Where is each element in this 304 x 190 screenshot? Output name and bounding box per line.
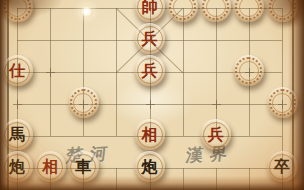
piece-black-卒[interactable]: 卒 (267, 151, 298, 182)
piece-red-兵[interactable]: 兵 (134, 55, 165, 86)
piece-hidden[interactable] (233, 55, 264, 86)
piece-hidden[interactable] (68, 87, 99, 118)
piece-red-仕[interactable]: 仕 (2, 55, 33, 86)
sparkle-effect (80, 5, 93, 18)
piece-hidden[interactable] (267, 87, 298, 118)
piece-red-兵[interactable]: 兵 (134, 23, 165, 54)
piece-red-相[interactable]: 相 (35, 151, 66, 182)
piece-red-相[interactable]: 相 (134, 119, 165, 150)
piece-black-車[interactable]: 車 (68, 151, 99, 182)
piece-hidden[interactable] (200, 0, 231, 22)
piece-black-炮[interactable]: 炮 (2, 151, 33, 182)
xiangqi-board[interactable]: 楚河 漢界 帥兵仕兵馬相兵炮相車炮卒 (0, 0, 304, 190)
piece-black-炮[interactable]: 炮 (134, 151, 165, 182)
piece-hidden[interactable] (233, 0, 264, 22)
piece-red-兵[interactable]: 兵 (200, 119, 231, 150)
piece-black-馬[interactable]: 馬 (2, 119, 33, 150)
piece-red-帥[interactable]: 帥 (134, 0, 165, 22)
